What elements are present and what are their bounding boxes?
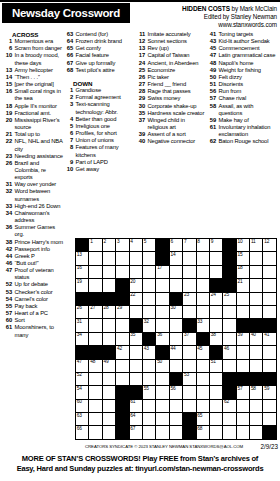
- clue-text: Better than good: [76, 116, 135, 123]
- grid-cell-r9c10[interactable]: 45: [197, 346, 209, 358]
- grid-cell-r13c1[interactable]: 60: [76, 400, 88, 412]
- grid-cell-r3c15[interactable]: [263, 266, 275, 278]
- grid-cell-r5c14[interactable]: [250, 293, 262, 305]
- black-square: [156, 346, 168, 358]
- clue-number: 6: [64, 130, 73, 137]
- grid-cell-r4c10[interactable]: [197, 279, 209, 291]
- clue-text: Toning targets: [219, 31, 278, 38]
- clue-number: 10: [64, 166, 73, 173]
- cell-number: 1: [90, 239, 92, 244]
- clue-text: [per the original]: [15, 81, 64, 88]
- clue-number: 29: [136, 95, 145, 102]
- page-title: Newsday Crossword: [12, 7, 120, 19]
- grid-cell-r11c1[interactable]: 52: [76, 373, 88, 385]
- clue-down-9: 9Part of LAPD: [64, 159, 134, 166]
- grid-cell-r13c7[interactable]: [156, 400, 168, 412]
- clue-text: Heart of a PC: [15, 310, 64, 317]
- grid-cell-r9c14[interactable]: [250, 346, 262, 358]
- cell-number: 46: [224, 346, 229, 351]
- black-square: [103, 293, 115, 305]
- grid-cell-r7c4[interactable]: [116, 319, 128, 331]
- grid-cell-r13c8[interactable]: [170, 400, 182, 412]
- clue-number: 59: [207, 117, 216, 124]
- grid-cell-r15c8[interactable]: [170, 426, 182, 438]
- cell-number: 66: [77, 426, 82, 431]
- grid-cell-r4c7[interactable]: [156, 279, 168, 291]
- clue-down-61: 61Involuntary inhalation exclamation: [207, 124, 277, 138]
- cell-number: 50: [157, 359, 162, 364]
- grid-cell-r4c8[interactable]: [170, 279, 182, 291]
- clue-number: 22: [3, 138, 12, 152]
- promo-text: MORE OF STAN’S CROSSWORDS! Play FREE fro…: [4, 454, 276, 474]
- grid-cell-r10c11[interactable]: 51: [210, 360, 222, 372]
- grid-cell-r2c6[interactable]: [143, 252, 155, 264]
- clue-text: Friend __ friend: [148, 81, 206, 88]
- grid-cell-r11c7[interactable]: [156, 373, 168, 385]
- grid-cell-r14c14[interactable]: [250, 413, 262, 425]
- grid-cell-r10c1[interactable]: 47: [76, 360, 88, 372]
- clue-number: 11: [136, 31, 145, 38]
- clue-across-31: 31Way over yonder: [3, 181, 63, 188]
- grid-cell-r12c10[interactable]: [197, 386, 209, 398]
- grid-cell-r8c5[interactable]: 35: [130, 333, 142, 345]
- grid-cell-r10c8[interactable]: [170, 360, 182, 372]
- grid-cell-r1c8[interactable]: 6: [170, 239, 182, 251]
- clue-number: 67: [64, 60, 73, 67]
- grid-cell-r8c8[interactable]: [170, 333, 182, 345]
- grid-cell-r6c9[interactable]: [183, 306, 195, 318]
- clue-number: 57: [3, 310, 12, 317]
- black-square: [210, 346, 222, 358]
- clue-number: 21: [3, 131, 12, 138]
- grid-cell-r14c15[interactable]: [263, 413, 275, 425]
- clue-text: Moonshiners, to many: [15, 324, 64, 338]
- grid-cell-r10c2[interactable]: 48: [89, 360, 101, 372]
- clue-column-3: 11Imitate accurately12Sonnet sections13R…: [136, 31, 205, 146]
- grid-cell-r4c6[interactable]: [143, 279, 155, 291]
- grid-cell-r7c6[interactable]: 32: [143, 319, 155, 331]
- clue-number: 62: [207, 138, 216, 145]
- grid-cell-r1c11[interactable]: 9: [210, 239, 222, 251]
- grid-cell-r10c10[interactable]: [197, 360, 209, 372]
- puzzle-byline: HIDDEN COSTS by Mark McClain: [182, 5, 277, 13]
- clue-text: Frozen drink brand: [76, 38, 135, 45]
- grid-cell-r14c3[interactable]: [103, 413, 115, 425]
- grid-cell-r10c14[interactable]: [250, 360, 262, 372]
- grid-cell-r11c4[interactable]: [116, 373, 128, 385]
- grid-cell-r8c12[interactable]: [223, 333, 235, 345]
- grid-cell-r4c2[interactable]: [89, 279, 101, 291]
- grid-cell-r3c9[interactable]: [183, 266, 195, 278]
- cell-number: 23: [184, 292, 189, 297]
- clue-number: 54: [3, 296, 12, 303]
- grid-cell-r5c12[interactable]: 25: [223, 293, 235, 305]
- cell-number: 13: [77, 252, 82, 257]
- grid-cell-r15c7[interactable]: [156, 426, 168, 438]
- grid-cell-r8c11[interactable]: 38: [210, 333, 222, 345]
- clue-down-12: 12Sonnet sections: [136, 38, 205, 45]
- grid-cell-r2c14[interactable]: [250, 252, 262, 264]
- grid-cell-r10c12[interactable]: [223, 360, 235, 372]
- cell-number: 39: [237, 332, 242, 337]
- grid-cell-r3c1[interactable]: 16: [76, 266, 88, 278]
- grid-cell-r9c9[interactable]: [183, 346, 195, 358]
- grid-cell-r2c9[interactable]: [183, 252, 195, 264]
- grid-cell-r12c9[interactable]: [183, 386, 195, 398]
- grid-cell-r6c15[interactable]: [263, 306, 275, 318]
- clue-across-65: 65Get comfy: [64, 45, 134, 52]
- grid-cell-r11c10[interactable]: [197, 373, 209, 385]
- grid-cell-r3c4[interactable]: [116, 266, 128, 278]
- grid-cell-r6c1[interactable]: 26: [76, 306, 88, 318]
- grid-cell-r12c7[interactable]: [156, 386, 168, 398]
- grid-cell-r4c5[interactable]: 20: [130, 279, 142, 291]
- grid-cell-r2c3[interactable]: [103, 252, 115, 264]
- cell-number: 7: [184, 239, 186, 244]
- grid-cell-r1c2[interactable]: 1: [89, 239, 101, 251]
- cell-number: 65: [197, 413, 202, 418]
- black-square: [170, 373, 182, 385]
- grid-cell-r9c13[interactable]: [237, 346, 249, 358]
- cell-number: 53: [184, 372, 189, 377]
- clue-down-41: 41Toning targets: [207, 31, 277, 38]
- grid-cell-r13c15[interactable]: [263, 400, 275, 412]
- grid-cell-r2c1[interactable]: 13: [76, 252, 88, 264]
- grid-cell-r13c10[interactable]: [197, 400, 209, 412]
- black-square: [183, 426, 195, 438]
- grid-cell-r4c15[interactable]: [263, 279, 275, 291]
- clue-text: Needing assistance: [15, 153, 64, 160]
- black-square: [76, 239, 88, 251]
- grid-cell-r9c8[interactable]: 44: [170, 346, 182, 358]
- grid-cell-r7c10[interactable]: 33: [197, 319, 209, 331]
- puzzle-website: www.stanxwords.com: [182, 21, 277, 29]
- grid-cell-r8c7[interactable]: 36: [156, 333, 168, 345]
- grid-cell-r3c7[interactable]: 17: [156, 266, 168, 278]
- clue-text: Involuntary inhalation exclamation: [219, 124, 278, 138]
- grid-cell-r1c4[interactable]: 3: [116, 239, 128, 251]
- grid-cell-r9c4[interactable]: 42: [116, 346, 128, 358]
- clue-number: 48: [207, 60, 216, 67]
- grid-cell-r12c11[interactable]: [210, 386, 222, 398]
- grid-cell-r6c10[interactable]: [197, 306, 209, 318]
- grid-cell-r6c6[interactable]: [143, 306, 155, 318]
- grid-cell-r6c3[interactable]: 28: [103, 306, 115, 318]
- clue-across-44: 44Greek P: [3, 253, 63, 260]
- grid-cell-r2c5[interactable]: [130, 252, 142, 264]
- clue-text: Scram from danger: [15, 45, 64, 52]
- black-square: [143, 333, 155, 345]
- cell-number: 68: [197, 426, 202, 431]
- grid-cell-r10c5[interactable]: [130, 360, 142, 372]
- grid-cell-r14c11[interactable]: [210, 413, 222, 425]
- grid-cell-r13c6[interactable]: [143, 400, 155, 412]
- grid-cell-r11c5[interactable]: [130, 373, 142, 385]
- grid-cell-r3c2[interactable]: [89, 266, 101, 278]
- clue-text: Text-scanning technology: Abbr.: [76, 101, 135, 115]
- grid-cell-r10c9[interactable]: [183, 360, 195, 372]
- grid-cell-r14c10[interactable]: 65: [197, 413, 209, 425]
- clue-text: Mississippi River’s source: [15, 117, 64, 131]
- grid-cell-r4c1[interactable]: 19: [76, 279, 88, 291]
- grid-cell-r15c3[interactable]: [103, 426, 115, 438]
- grid-cell-r12c15[interactable]: 59: [263, 386, 275, 398]
- clue-text: “Butt out!”: [15, 260, 64, 267]
- black-square: [263, 426, 275, 438]
- grid-cell-r12c2[interactable]: [89, 386, 101, 398]
- grid-cell-r15c2[interactable]: [89, 426, 101, 438]
- grid-cell-r2c10[interactable]: [197, 252, 209, 264]
- grid-cell-r1c13[interactable]: 10: [237, 239, 249, 251]
- grid-cell-r14c12[interactable]: [223, 413, 235, 425]
- clue-number: 24: [136, 60, 145, 67]
- grid-cell-r15c14[interactable]: [250, 426, 262, 438]
- grid-cell-r6c2[interactable]: 27: [89, 306, 101, 318]
- grid-cell-r12c3[interactable]: [103, 386, 115, 398]
- grid-cell-r10c13[interactable]: [237, 360, 249, 372]
- grid-cell-r11c3[interactable]: [103, 373, 115, 385]
- clue-text: Features of many kitchens: [76, 144, 135, 158]
- clue-across-36: 36Summer Games org.: [3, 224, 63, 238]
- clue-number: 32: [3, 188, 12, 202]
- cell-number: 22: [130, 292, 135, 297]
- grid-cell-r14c7[interactable]: [156, 413, 168, 425]
- grid-cell-r10c6[interactable]: [143, 360, 155, 372]
- grid-cell-r3c11[interactable]: [210, 266, 222, 278]
- grid-cell-r2c8[interactable]: 14: [170, 252, 182, 264]
- grid-cell-r12c14[interactable]: 58: [250, 386, 262, 398]
- grid-cell-r1c9[interactable]: 7: [183, 239, 195, 251]
- grid-cell-r6c12[interactable]: [223, 306, 235, 318]
- grid-cell-r8c14[interactable]: 40: [250, 333, 262, 345]
- cell-number: 19: [77, 279, 82, 284]
- grid-cell-r13c14[interactable]: [250, 400, 262, 412]
- grid-cell-r13c5[interactable]: 61: [130, 400, 142, 412]
- grid-cell-r4c9[interactable]: [183, 279, 195, 291]
- grid-cell-r3c6[interactable]: [143, 266, 155, 278]
- grid-cell-r12c1[interactable]: 54: [76, 386, 88, 398]
- grid-cell-r8c2[interactable]: [89, 333, 101, 345]
- clue-number: 10: [3, 52, 12, 66]
- grid-cell-r15c5[interactable]: 67: [130, 426, 142, 438]
- grid-cell-r12c6[interactable]: 55: [143, 386, 155, 398]
- cell-number: 20: [130, 279, 135, 284]
- grid-cell-r5c10[interactable]: [197, 293, 209, 305]
- grid-cell-r1c3[interactable]: 2: [103, 239, 115, 251]
- clue-text: Weight for fishing: [219, 67, 278, 74]
- clue-down-3: 3Text-scanning technology: Abbr.: [64, 101, 134, 115]
- clue-text: Camel’s color: [15, 296, 64, 303]
- grid-cell-r6c13[interactable]: [237, 306, 249, 318]
- clue-number: 51: [207, 81, 216, 88]
- grid-cell-r14c13[interactable]: [237, 413, 249, 425]
- clue-number: 55: [3, 303, 12, 310]
- cell-number: 40: [251, 332, 256, 337]
- grid-cell-r13c3[interactable]: [103, 400, 115, 412]
- grid-cell-r8c13[interactable]: 39: [237, 333, 249, 345]
- black-square: [183, 319, 195, 331]
- grid-cell-r5c13[interactable]: [237, 293, 249, 305]
- grid-cell-r3c14[interactable]: [250, 266, 262, 278]
- grid-cell-r3c5[interactable]: [130, 266, 142, 278]
- clue-text: Pic taker: [148, 74, 206, 81]
- cell-number: 32: [144, 319, 149, 324]
- grid-cell-r10c4[interactable]: [116, 360, 128, 372]
- grid-cell-r14c1[interactable]: 63: [76, 413, 88, 425]
- clue-across-42: 42Passeport info: [3, 246, 63, 253]
- clue-text: Rev (up): [148, 45, 206, 52]
- grid-cell-r6c4[interactable]: 29: [116, 306, 128, 318]
- grid-cell-r5c15[interactable]: [263, 293, 275, 305]
- cell-number: 5: [144, 239, 146, 244]
- clue-across-13: 13Army helicopter: [3, 67, 63, 74]
- cell-number: 29: [117, 305, 122, 310]
- cell-number: 18: [237, 265, 242, 270]
- black-square: [156, 239, 168, 251]
- grid-cell-r13c9[interactable]: [183, 400, 195, 412]
- clue-number: 3: [64, 101, 73, 115]
- grid-cell-r7c2[interactable]: [89, 319, 101, 331]
- grid-cell-r7c7[interactable]: [156, 319, 168, 331]
- clue-number: 12: [136, 38, 145, 45]
- grid-cell-r6c8[interactable]: 30: [170, 306, 182, 318]
- grid-cell-r14c5[interactable]: 64: [130, 413, 142, 425]
- clue-text: Sonnet sections: [148, 38, 206, 45]
- grid-cell-r13c2[interactable]: [89, 400, 101, 412]
- grid-cell-r15c11[interactable]: [210, 426, 222, 438]
- grid-cell-r11c11[interactable]: [210, 373, 222, 385]
- grid-cell-r3c8[interactable]: [170, 266, 182, 278]
- grid-cell-r15c12[interactable]: [223, 426, 235, 438]
- clue-down-45: 45Commencement: [207, 45, 277, 52]
- grid-cell-r7c11[interactable]: [210, 319, 222, 331]
- grid-cell-r4c3[interactable]: [103, 279, 115, 291]
- grid-cell-r7c12[interactable]: [223, 319, 235, 331]
- grid-cell-r5c9[interactable]: 23: [183, 293, 195, 305]
- grid-cell-r8c3[interactable]: [103, 333, 115, 345]
- grid-cell-r2c2[interactable]: [89, 252, 101, 264]
- grid-cell-r1c6[interactable]: 5: [143, 239, 155, 251]
- clue-across-52: 52Up for debate: [3, 281, 63, 288]
- grid-cell-r14c2[interactable]: [89, 413, 101, 425]
- grid-cell-r2c11[interactable]: [210, 252, 222, 264]
- grid-cell-r10c3[interactable]: 49: [103, 360, 115, 372]
- grid-cell-r12c13[interactable]: 57: [237, 386, 249, 398]
- clue-number: 2: [64, 94, 73, 101]
- cell-number: 27: [90, 305, 95, 310]
- clue-text: Corporate shake-up: [148, 103, 206, 110]
- clue-across-19: 19Fractional amt.: [3, 110, 63, 117]
- clue-down-7: 7Union of unions: [64, 137, 134, 144]
- black-square: [223, 279, 235, 291]
- grid-cell-r13c12[interactable]: 62: [223, 400, 235, 412]
- grid-cell-r4c14[interactable]: [250, 279, 262, 291]
- grid-cell-r14c8[interactable]: [170, 413, 182, 425]
- grid-cell-r1c14[interactable]: 11: [250, 239, 262, 251]
- grid-cell-r5c11[interactable]: 24: [210, 293, 222, 305]
- grid-cell-r11c9[interactable]: 53: [183, 373, 195, 385]
- grid-cell-r5c7[interactable]: [156, 293, 168, 305]
- grid-cell-r2c4[interactable]: [116, 252, 128, 264]
- cell-number: 38: [211, 332, 216, 337]
- grid-cell-r15c13[interactable]: [237, 426, 249, 438]
- grid-cell-r6c5[interactable]: [130, 306, 142, 318]
- cell-number: 59: [264, 386, 269, 391]
- clue-text: Part of LAPD: [76, 159, 135, 166]
- cell-number: 14: [171, 252, 176, 257]
- clue-number: 65: [64, 45, 73, 52]
- grid-cell-r1c5[interactable]: 4: [130, 239, 142, 251]
- grid-cell-r7c1[interactable]: 31: [76, 319, 88, 331]
- grid-cell-r3c3[interactable]: [103, 266, 115, 278]
- clue-number: 16: [3, 88, 12, 102]
- clue-number: 58: [207, 103, 216, 117]
- grid-cell-r14c6[interactable]: [143, 413, 155, 425]
- clue-number: 57: [207, 95, 216, 102]
- cell-number: 25: [224, 292, 229, 297]
- clue-across-53: 53Checker’s color: [3, 289, 63, 296]
- grid-cell-r8c1[interactable]: 34: [76, 333, 88, 345]
- clue-text: Baton Rouge school: [219, 138, 278, 145]
- grid-cell-r11c6[interactable]: [143, 373, 155, 385]
- grid-cell-r2c15[interactable]: [263, 252, 275, 264]
- grid-cell-r1c15[interactable]: 12: [263, 239, 275, 251]
- grid-cell-r6c11[interactable]: [210, 306, 222, 318]
- grid-cell-r5c5[interactable]: 22: [130, 293, 142, 305]
- clue-across-26: 26Brazil and Colombia, re exports: [3, 160, 63, 181]
- cell-number: 4: [130, 239, 132, 244]
- grid-cell-r15c6[interactable]: [143, 426, 155, 438]
- grid-cell-r9c5[interactable]: [130, 346, 142, 358]
- grid-cell-r15c10[interactable]: 68: [197, 426, 209, 438]
- clue-number: 4: [64, 116, 73, 123]
- cell-number: 24: [211, 292, 216, 297]
- grid-cell-r9c12[interactable]: 46: [223, 346, 235, 358]
- clue-text: Proof of veteran status: [15, 267, 64, 281]
- grid-cell-r10c7[interactable]: 50: [156, 360, 168, 372]
- clue-number: 36: [3, 224, 12, 238]
- clue-text: Swiss money: [148, 95, 206, 102]
- grid-cell-r9c6[interactable]: 43: [143, 346, 155, 358]
- grid-cell-r13c11[interactable]: [210, 400, 222, 412]
- grid-cell-r3c10[interactable]: [197, 266, 209, 278]
- grid-cell-r2c13[interactable]: 15: [237, 252, 249, 264]
- clue-text: Imitate accurately: [148, 31, 206, 38]
- black-square: [156, 252, 168, 264]
- grid-cell-r15c1[interactable]: 66: [76, 426, 88, 438]
- grid-cell-r12c8[interactable]: 56: [170, 386, 182, 398]
- grid-cell-r8c4[interactable]: [116, 333, 128, 345]
- grid-cell-r3c13[interactable]: 18: [237, 266, 249, 278]
- grid-cell-r9c15[interactable]: [263, 346, 275, 358]
- grid-cell-r11c2[interactable]: [89, 373, 101, 385]
- grid-cell-r5c6[interactable]: [143, 293, 155, 305]
- black-square: [116, 386, 128, 398]
- clue-text: Give up formally: [76, 60, 135, 67]
- grid-cell-r1c10[interactable]: 8: [197, 239, 209, 251]
- grid-cell-r7c8[interactable]: [170, 319, 182, 331]
- grid-cell-r10c15[interactable]: [263, 360, 275, 372]
- grid-cell-r8c9[interactable]: 37: [183, 333, 195, 345]
- grid-cell-r8c15[interactable]: 41: [263, 333, 275, 345]
- grid-cell-r4c13[interactable]: 21: [237, 279, 249, 291]
- grid-cell-r6c7[interactable]: [156, 306, 168, 318]
- grid-cell-r6c14[interactable]: [250, 306, 262, 318]
- crossword-grid: 1234567891011121314151617181920212223242…: [75, 238, 277, 440]
- grid-cell-r13c13[interactable]: [237, 400, 249, 412]
- grid-cell-r7c3[interactable]: [103, 319, 115, 331]
- clue-down-28: 28Rage that passes: [136, 88, 205, 95]
